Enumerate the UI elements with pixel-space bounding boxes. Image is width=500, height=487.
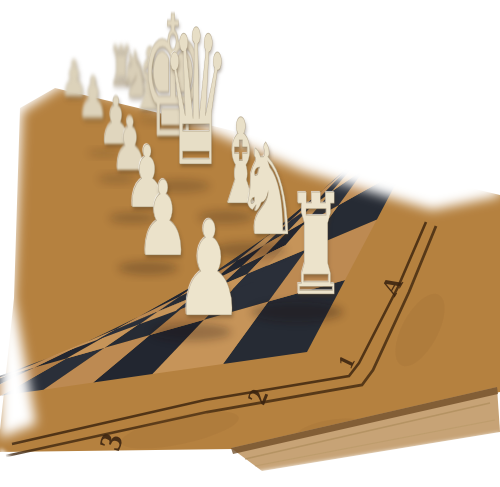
board-photo-stage: 123A ♜♟♞♟♝♚♟♟♛♟♝♟♞♜♟ xyxy=(0,0,500,487)
white-bottom-left xyxy=(0,448,46,487)
piece-white-pawn-a2[interactable]: ♟ xyxy=(175,203,244,335)
piece-white-rook-a1[interactable]: ♜ xyxy=(287,176,345,316)
